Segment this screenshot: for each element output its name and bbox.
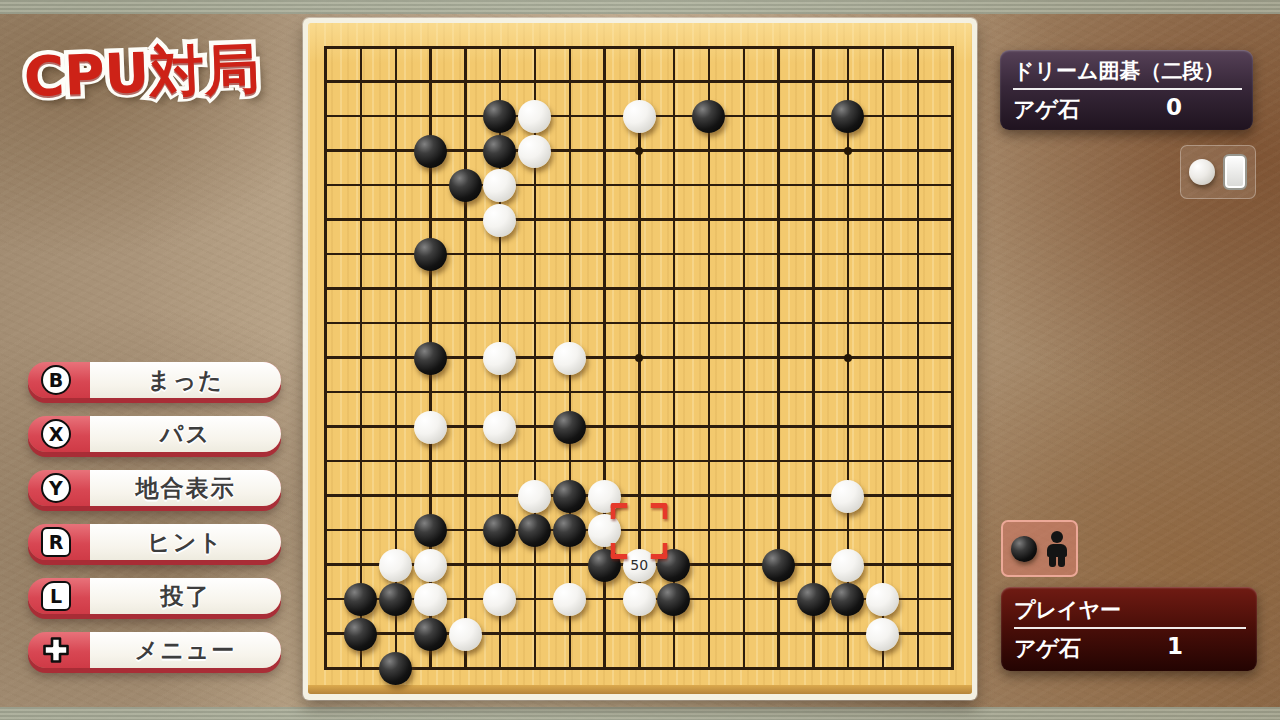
board-point[interactable]	[831, 237, 866, 272]
resign-button[interactable]: 投了 L	[28, 578, 281, 614]
board-point[interactable]	[761, 237, 796, 272]
board-point[interactable]	[448, 168, 483, 203]
board-point[interactable]	[552, 444, 587, 479]
board-point[interactable]	[448, 582, 483, 617]
board-point[interactable]	[796, 375, 831, 410]
board-point[interactable]	[831, 30, 866, 65]
board-point[interactable]	[831, 582, 866, 617]
board-point[interactable]	[761, 168, 796, 203]
board-point[interactable]	[378, 30, 413, 65]
board-point[interactable]	[726, 272, 761, 307]
board-point[interactable]	[309, 582, 344, 617]
board-point[interactable]	[900, 168, 935, 203]
board-point[interactable]	[865, 582, 900, 617]
board-point[interactable]	[552, 375, 587, 410]
board-point[interactable]	[935, 444, 970, 479]
board-point[interactable]	[622, 513, 657, 548]
board-point[interactable]	[796, 651, 831, 686]
board-point[interactable]	[865, 341, 900, 376]
board-point[interactable]	[552, 582, 587, 617]
board-point[interactable]	[935, 272, 970, 307]
board-point[interactable]	[761, 375, 796, 410]
board-point[interactable]	[831, 168, 866, 203]
board-point[interactable]	[726, 651, 761, 686]
board-point[interactable]	[900, 651, 935, 686]
board-point[interactable]	[309, 272, 344, 307]
board-point[interactable]	[761, 444, 796, 479]
board-point[interactable]	[761, 651, 796, 686]
board-point[interactable]	[796, 203, 831, 238]
board-point[interactable]	[935, 513, 970, 548]
board-point[interactable]	[309, 375, 344, 410]
board-point[interactable]	[483, 513, 518, 548]
board-point[interactable]	[413, 651, 448, 686]
board-point[interactable]	[657, 375, 692, 410]
board-point[interactable]	[726, 203, 761, 238]
board-point[interactable]	[413, 99, 448, 134]
board-point[interactable]	[378, 134, 413, 169]
board-point[interactable]	[483, 237, 518, 272]
board-point[interactable]	[622, 444, 657, 479]
board-point[interactable]	[831, 444, 866, 479]
board-point[interactable]	[622, 341, 657, 376]
board-point[interactable]	[448, 99, 483, 134]
board-point[interactable]	[517, 444, 552, 479]
board-point[interactable]	[796, 134, 831, 169]
board-point[interactable]	[483, 651, 518, 686]
board-point[interactable]	[761, 341, 796, 376]
board-point[interactable]	[726, 168, 761, 203]
board-point[interactable]	[726, 582, 761, 617]
board-point[interactable]	[657, 237, 692, 272]
board-point[interactable]	[935, 582, 970, 617]
board-point[interactable]	[413, 65, 448, 100]
board-point[interactable]	[448, 65, 483, 100]
board-point[interactable]	[413, 617, 448, 652]
board-point[interactable]	[865, 30, 900, 65]
board-point[interactable]	[900, 410, 935, 445]
board-point[interactable]	[726, 375, 761, 410]
board-point[interactable]	[935, 479, 970, 514]
undo-button[interactable]: まった B	[28, 362, 281, 398]
board-point[interactable]	[517, 306, 552, 341]
board-point[interactable]	[552, 30, 587, 65]
board-point[interactable]	[796, 30, 831, 65]
board-point[interactable]	[413, 479, 448, 514]
board-point[interactable]	[413, 168, 448, 203]
board-point[interactable]	[587, 134, 622, 169]
board-point[interactable]	[343, 548, 378, 583]
board-point[interactable]	[865, 479, 900, 514]
board-point[interactable]	[657, 99, 692, 134]
board-point[interactable]	[517, 513, 552, 548]
board-point[interactable]	[726, 134, 761, 169]
board-point[interactable]	[483, 306, 518, 341]
board-point[interactable]	[900, 237, 935, 272]
board-point[interactable]	[796, 444, 831, 479]
board-point[interactable]	[935, 375, 970, 410]
board-point[interactable]	[865, 237, 900, 272]
board-point[interactable]	[517, 410, 552, 445]
board-point[interactable]	[378, 65, 413, 100]
board-point[interactable]	[309, 444, 344, 479]
board-point[interactable]	[517, 134, 552, 169]
board-point[interactable]	[726, 617, 761, 652]
board-point[interactable]	[309, 617, 344, 652]
board-point[interactable]	[552, 651, 587, 686]
board-point[interactable]	[900, 30, 935, 65]
board-point[interactable]	[587, 341, 622, 376]
board-point[interactable]	[309, 479, 344, 514]
board-point[interactable]	[865, 410, 900, 445]
board-point[interactable]	[657, 582, 692, 617]
board-point[interactable]	[831, 548, 866, 583]
board-point[interactable]	[622, 99, 657, 134]
board-point[interactable]	[761, 617, 796, 652]
board-point[interactable]	[517, 30, 552, 65]
board-point[interactable]	[343, 30, 378, 65]
board-point[interactable]	[587, 168, 622, 203]
board-point[interactable]	[657, 30, 692, 65]
board-point[interactable]	[378, 237, 413, 272]
board-point[interactable]	[413, 203, 448, 238]
board-point[interactable]	[448, 617, 483, 652]
board-point[interactable]	[796, 513, 831, 548]
board-point[interactable]	[517, 168, 552, 203]
board-point[interactable]	[657, 134, 692, 169]
board-point[interactable]	[378, 203, 413, 238]
board-point[interactable]	[761, 410, 796, 445]
board-point[interactable]	[448, 237, 483, 272]
board-point[interactable]	[552, 513, 587, 548]
board-point[interactable]	[657, 306, 692, 341]
board-point[interactable]	[796, 168, 831, 203]
board-point[interactable]	[552, 548, 587, 583]
board-point[interactable]	[413, 410, 448, 445]
board-point[interactable]	[796, 237, 831, 272]
board-point[interactable]	[517, 548, 552, 583]
board-point[interactable]	[309, 99, 344, 134]
board-point[interactable]	[761, 99, 796, 134]
board-point[interactable]	[552, 272, 587, 307]
board-point[interactable]	[900, 341, 935, 376]
board-point[interactable]	[552, 341, 587, 376]
board-point[interactable]	[587, 582, 622, 617]
board-point[interactable]	[622, 168, 657, 203]
board-point[interactable]	[900, 444, 935, 479]
board-point[interactable]	[413, 582, 448, 617]
board-point[interactable]	[691, 479, 726, 514]
board-point[interactable]	[865, 99, 900, 134]
board-point[interactable]	[483, 30, 518, 65]
board-point[interactable]	[691, 444, 726, 479]
board-point[interactable]	[378, 513, 413, 548]
board-point[interactable]	[587, 237, 622, 272]
board-point[interactable]	[343, 479, 378, 514]
board-point[interactable]	[517, 99, 552, 134]
board-point[interactable]	[935, 237, 970, 272]
board-point[interactable]	[587, 410, 622, 445]
board-point[interactable]	[448, 444, 483, 479]
board-point[interactable]	[552, 306, 587, 341]
board-point[interactable]	[309, 651, 344, 686]
board-point[interactable]	[761, 134, 796, 169]
board-point[interactable]	[900, 479, 935, 514]
board-point[interactable]	[865, 272, 900, 307]
board-point[interactable]	[691, 375, 726, 410]
board-point[interactable]	[483, 134, 518, 169]
board-point[interactable]	[796, 272, 831, 307]
board-point[interactable]	[517, 341, 552, 376]
board-point[interactable]	[448, 513, 483, 548]
board-point[interactable]	[587, 65, 622, 100]
board-point[interactable]	[865, 548, 900, 583]
board-point[interactable]	[796, 99, 831, 134]
board-point[interactable]	[343, 168, 378, 203]
board-point[interactable]	[413, 375, 448, 410]
board-point[interactable]	[378, 617, 413, 652]
board-point[interactable]	[448, 30, 483, 65]
board-point[interactable]	[309, 513, 344, 548]
board-point[interactable]	[552, 65, 587, 100]
board-point[interactable]	[343, 306, 378, 341]
board-point[interactable]	[622, 203, 657, 238]
board-point[interactable]	[309, 134, 344, 169]
board-point[interactable]	[657, 651, 692, 686]
board-point[interactable]	[657, 617, 692, 652]
board-point[interactable]	[935, 30, 970, 65]
board-point[interactable]	[622, 30, 657, 65]
board-point[interactable]	[309, 203, 344, 238]
board-point[interactable]	[691, 651, 726, 686]
board-point[interactable]	[483, 272, 518, 307]
board-point[interactable]	[483, 617, 518, 652]
board-point[interactable]	[622, 375, 657, 410]
board-point[interactable]	[378, 306, 413, 341]
board-point[interactable]	[831, 65, 866, 100]
board-point[interactable]	[552, 99, 587, 134]
board-point[interactable]	[378, 341, 413, 376]
board-point[interactable]	[726, 341, 761, 376]
board-point[interactable]	[552, 237, 587, 272]
board-point[interactable]	[517, 65, 552, 100]
board-point[interactable]	[378, 272, 413, 307]
board-point[interactable]	[343, 651, 378, 686]
board-point[interactable]	[517, 375, 552, 410]
board-point[interactable]	[378, 651, 413, 686]
board-point[interactable]	[657, 203, 692, 238]
board-point[interactable]	[343, 513, 378, 548]
board-point[interactable]	[448, 375, 483, 410]
board-point[interactable]	[761, 582, 796, 617]
board-point[interactable]	[865, 203, 900, 238]
board-point[interactable]	[726, 548, 761, 583]
territory-display-button[interactable]: 地合表示 Y	[28, 470, 281, 506]
board-point[interactable]	[761, 203, 796, 238]
board-point[interactable]	[865, 617, 900, 652]
board-point[interactable]	[726, 513, 761, 548]
board-point[interactable]	[726, 65, 761, 100]
board-point[interactable]	[517, 479, 552, 514]
board-point[interactable]	[657, 341, 692, 376]
board-point[interactable]	[343, 375, 378, 410]
board-point[interactable]	[691, 306, 726, 341]
board-point[interactable]	[657, 444, 692, 479]
board-point[interactable]	[726, 479, 761, 514]
board-point[interactable]	[622, 306, 657, 341]
board-point[interactable]	[309, 30, 344, 65]
board-point[interactable]	[413, 513, 448, 548]
board-point[interactable]	[865, 375, 900, 410]
board-point[interactable]	[691, 272, 726, 307]
board-point[interactable]	[796, 548, 831, 583]
board-point[interactable]	[796, 582, 831, 617]
board-point[interactable]	[413, 444, 448, 479]
board-point[interactable]	[448, 134, 483, 169]
board-point[interactable]	[587, 651, 622, 686]
board-point[interactable]	[483, 168, 518, 203]
board-point[interactable]	[343, 99, 378, 134]
board-point[interactable]	[622, 617, 657, 652]
board-point[interactable]	[413, 306, 448, 341]
board-point[interactable]	[726, 444, 761, 479]
board-point[interactable]	[831, 341, 866, 376]
board-point[interactable]	[691, 99, 726, 134]
board-point[interactable]	[378, 168, 413, 203]
board-point[interactable]	[691, 617, 726, 652]
board-point[interactable]	[587, 444, 622, 479]
board-point[interactable]	[517, 237, 552, 272]
board-point[interactable]	[378, 99, 413, 134]
board-point[interactable]	[587, 272, 622, 307]
board-point[interactable]	[413, 30, 448, 65]
board-point[interactable]	[796, 341, 831, 376]
board-point[interactable]	[657, 65, 692, 100]
board-point[interactable]	[343, 203, 378, 238]
board-point[interactable]	[726, 30, 761, 65]
board-point[interactable]	[378, 548, 413, 583]
board-point[interactable]	[900, 548, 935, 583]
board-point[interactable]	[343, 134, 378, 169]
board-point[interactable]	[413, 272, 448, 307]
board-point[interactable]	[483, 99, 518, 134]
board-point[interactable]	[761, 272, 796, 307]
board-point[interactable]	[865, 444, 900, 479]
board-point[interactable]	[309, 237, 344, 272]
board-point[interactable]	[657, 168, 692, 203]
board-point[interactable]	[552, 617, 587, 652]
board-point[interactable]	[865, 513, 900, 548]
board-point[interactable]	[309, 341, 344, 376]
board-point[interactable]	[657, 272, 692, 307]
board-point[interactable]	[517, 582, 552, 617]
board-point[interactable]	[413, 134, 448, 169]
board-point[interactable]	[448, 410, 483, 445]
board-point[interactable]	[517, 651, 552, 686]
board-point[interactable]	[691, 134, 726, 169]
board-point[interactable]	[935, 203, 970, 238]
board-point[interactable]	[483, 341, 518, 376]
board-point[interactable]	[378, 410, 413, 445]
board-point[interactable]	[831, 272, 866, 307]
board-point[interactable]	[865, 651, 900, 686]
board-point[interactable]	[865, 168, 900, 203]
board-point[interactable]	[517, 617, 552, 652]
board-point[interactable]	[691, 341, 726, 376]
board-point[interactable]	[309, 410, 344, 445]
board-point[interactable]	[483, 65, 518, 100]
board-point[interactable]	[900, 582, 935, 617]
board-point[interactable]	[831, 513, 866, 548]
board-point[interactable]	[900, 617, 935, 652]
board-point[interactable]	[378, 479, 413, 514]
board-point[interactable]	[761, 306, 796, 341]
board-point[interactable]	[691, 30, 726, 65]
board-point[interactable]	[691, 65, 726, 100]
board-point[interactable]	[900, 513, 935, 548]
board-point[interactable]	[831, 479, 866, 514]
board-point[interactable]	[448, 548, 483, 583]
board-point[interactable]	[691, 582, 726, 617]
board-point[interactable]	[935, 168, 970, 203]
board-point[interactable]	[935, 341, 970, 376]
board-point[interactable]	[691, 203, 726, 238]
board-point[interactable]	[483, 548, 518, 583]
board-point[interactable]	[483, 479, 518, 514]
board-point[interactable]	[343, 341, 378, 376]
board-point[interactable]	[935, 65, 970, 100]
board-point[interactable]	[517, 272, 552, 307]
board-point[interactable]	[796, 65, 831, 100]
board-point[interactable]	[378, 375, 413, 410]
board-point[interactable]	[935, 651, 970, 686]
board-point[interactable]	[691, 513, 726, 548]
board-point[interactable]	[622, 272, 657, 307]
board-point[interactable]	[900, 99, 935, 134]
board-point[interactable]	[761, 479, 796, 514]
board-point[interactable]	[517, 203, 552, 238]
board-point[interactable]	[448, 479, 483, 514]
board-point[interactable]	[343, 444, 378, 479]
board-point[interactable]	[622, 651, 657, 686]
board-point[interactable]	[413, 548, 448, 583]
board-point[interactable]	[935, 134, 970, 169]
board-point[interactable]	[865, 65, 900, 100]
board-point[interactable]	[900, 306, 935, 341]
board-point[interactable]	[483, 582, 518, 617]
board-point[interactable]	[900, 375, 935, 410]
board-point[interactable]	[448, 651, 483, 686]
board-point[interactable]	[483, 203, 518, 238]
board-point[interactable]	[309, 306, 344, 341]
board-point[interactable]	[309, 548, 344, 583]
board-point[interactable]	[448, 272, 483, 307]
board-point[interactable]	[900, 65, 935, 100]
board-point[interactable]	[343, 237, 378, 272]
board-point[interactable]	[935, 410, 970, 445]
board-point[interactable]	[900, 272, 935, 307]
board-point[interactable]	[935, 99, 970, 134]
board-point[interactable]	[865, 306, 900, 341]
board-point[interactable]	[691, 410, 726, 445]
pass-button[interactable]: パス X	[28, 416, 281, 452]
board-point[interactable]	[657, 410, 692, 445]
board-point[interactable]	[831, 651, 866, 686]
board-point[interactable]	[935, 617, 970, 652]
board-point[interactable]	[483, 444, 518, 479]
board-point[interactable]	[831, 617, 866, 652]
board-point[interactable]	[691, 548, 726, 583]
